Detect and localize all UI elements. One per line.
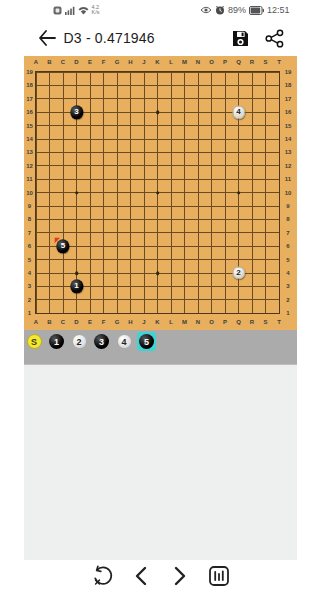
save-icon: [231, 29, 250, 48]
coord-col-label: H: [128, 59, 132, 65]
move-chip-label: 5: [139, 334, 154, 349]
coord-row-label: 12: [26, 163, 33, 169]
undo-move-button[interactable]: [89, 563, 115, 589]
coord-col-label: C: [61, 59, 65, 65]
move-number: 5: [61, 242, 65, 250]
coord-col-label: S: [263, 59, 267, 65]
coord-row-label: 13: [285, 149, 292, 155]
move-chip-5[interactable]: 5: [137, 332, 156, 351]
coord-col-label: O: [209, 319, 214, 325]
coord-row-label: 10: [285, 190, 292, 196]
coord-row-label: 7: [286, 230, 289, 236]
coord-row-label: 7: [28, 230, 31, 236]
coord-row-label: 19: [285, 69, 292, 75]
coord-row-label: 8: [286, 216, 289, 222]
coord-row-label: 19: [26, 69, 33, 75]
coord-row-label: 16: [26, 109, 33, 115]
coord-col-label: H: [128, 319, 132, 325]
chevron-right-icon: [172, 566, 188, 586]
coord-row-label: 18: [26, 82, 33, 88]
coord-col-label: L: [169, 319, 173, 325]
status-bar: 4.2 K/s 89% 12:51: [24, 0, 297, 20]
coord-col-label: G: [115, 59, 120, 65]
coord-col-label: N: [196, 59, 200, 65]
coord-row-label: 15: [285, 123, 292, 129]
coord-col-label: J: [142, 319, 145, 325]
coord-col-label: B: [47, 59, 51, 65]
move-chip-label: 1: [49, 334, 64, 349]
eye-icon: [200, 6, 212, 14]
analysis-chart-button[interactable]: [206, 563, 232, 589]
title-bar: D3 - 0.471946: [24, 20, 297, 56]
coord-col-label: O: [209, 59, 214, 65]
undo-icon: [91, 565, 113, 587]
coord-row-label: 3: [286, 283, 289, 289]
share-icon: [265, 29, 284, 48]
move-number: 1: [74, 282, 78, 290]
coord-col-label: C: [61, 319, 65, 325]
save-button[interactable]: [229, 26, 253, 50]
star-point: [75, 271, 79, 275]
previous-move-button[interactable]: [128, 563, 154, 589]
move-chip-label: S: [27, 334, 42, 349]
coord-row-label: 5: [28, 257, 31, 263]
go-board[interactable]: AABBCCDDEEFFGGHHJJKKLLMMNNOOPPQQRRSSTT19…: [24, 56, 297, 330]
back-button[interactable]: [34, 25, 60, 51]
share-button[interactable]: [263, 26, 287, 50]
star-point: [75, 191, 79, 195]
move-number: 3: [74, 108, 78, 116]
move-list-strip: S12345: [24, 330, 297, 364]
coord-row-label: 16: [285, 109, 292, 115]
coord-row-label: 18: [285, 82, 292, 88]
coord-row-label: 17: [26, 96, 33, 102]
alarm-icon: [215, 5, 225, 15]
coord-row-label: 8: [28, 216, 31, 222]
move-chip-3[interactable]: 3: [92, 332, 111, 351]
wifi-icon: [78, 6, 89, 15]
coord-row-label: 4: [28, 270, 31, 276]
star-point: [156, 271, 160, 275]
coord-col-label: F: [102, 319, 106, 325]
coord-row-label: 3: [28, 283, 31, 289]
coord-col-label: R: [250, 319, 254, 325]
coord-col-label: K: [155, 59, 159, 65]
network-speed: 4.2 K/s: [92, 5, 100, 15]
coord-col-label: S: [263, 319, 267, 325]
move-chip-2[interactable]: 2: [70, 332, 89, 351]
next-move-button[interactable]: [167, 563, 193, 589]
coord-col-label: M: [182, 59, 187, 65]
move-number: 4: [236, 108, 240, 116]
coord-col-label: M: [182, 319, 187, 325]
battery-percent: 89%: [228, 5, 246, 15]
star-point: [237, 191, 241, 195]
analysis-panel: [24, 364, 297, 560]
move-chip-s[interactable]: S: [25, 332, 44, 351]
chevron-left-icon: [133, 566, 149, 586]
move-number: 2: [236, 269, 240, 277]
bottom-toolbar: [24, 560, 297, 592]
coord-row-label: 6: [286, 243, 289, 249]
coord-row-label: 15: [26, 123, 33, 129]
coord-col-label: Q: [236, 59, 241, 65]
app-window: 4.2 K/s 89% 12:51 D3 - 0.471946: [24, 0, 297, 592]
signal-icon: [65, 6, 75, 15]
coord-row-label: 1: [286, 310, 289, 316]
coord-col-label: A: [34, 319, 38, 325]
coord-col-label: P: [223, 59, 227, 65]
coord-row-label: 9: [28, 203, 31, 209]
coord-row-label: 1: [28, 310, 31, 316]
coord-row-label: 11: [285, 176, 291, 182]
sim-status-icon: [53, 6, 62, 15]
coord-row-label: 4: [286, 270, 289, 276]
coord-col-label: T: [277, 319, 281, 325]
coord-col-label: L: [169, 59, 173, 65]
coord-row-label: 12: [285, 163, 292, 169]
coord-row-label: 11: [26, 176, 32, 182]
coord-row-label: 2: [286, 297, 289, 303]
coord-col-label: K: [155, 319, 159, 325]
coord-row-label: 13: [26, 149, 33, 155]
move-chip-label: 3: [94, 334, 109, 349]
coord-col-label: N: [196, 319, 200, 325]
move-chip-4[interactable]: 4: [115, 332, 134, 351]
coord-col-label: A: [34, 59, 38, 65]
page-title: D3 - 0.471946: [64, 30, 229, 46]
battery-icon: [249, 6, 264, 15]
coord-col-label: P: [223, 319, 227, 325]
move-chip-label: 2: [72, 334, 87, 349]
clock-time: 12:51: [267, 5, 290, 15]
coord-col-label: R: [250, 59, 254, 65]
coord-col-label: E: [88, 319, 92, 325]
star-point: [156, 191, 160, 195]
coord-row-label: 2: [28, 297, 31, 303]
coord-col-label: E: [88, 59, 92, 65]
coord-row-label: 9: [286, 203, 289, 209]
coord-row-label: 6: [28, 243, 31, 249]
coord-col-label: J: [142, 59, 145, 65]
coord-col-label: F: [102, 59, 106, 65]
bar-chart-icon: [208, 565, 230, 587]
coord-row-label: 10: [26, 190, 33, 196]
coord-row-label: 14: [285, 136, 292, 142]
coord-col-label: Q: [236, 319, 241, 325]
move-chip-label: 4: [117, 334, 132, 349]
star-point: [156, 110, 160, 114]
coord-col-label: T: [277, 59, 281, 65]
move-chip-1[interactable]: 1: [47, 332, 66, 351]
coord-row-label: 14: [26, 136, 33, 142]
coord-col-label: G: [115, 319, 120, 325]
coord-row-label: 17: [285, 96, 292, 102]
coord-col-label: D: [74, 59, 78, 65]
coord-col-label: B: [47, 319, 51, 325]
coord-row-label: 5: [286, 257, 289, 263]
coord-col-label: D: [74, 319, 78, 325]
